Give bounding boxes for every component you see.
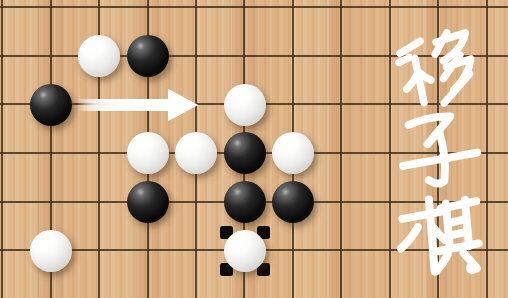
board-intersection[interactable] — [317, 226, 365, 275]
black-stone[interactable] — [30, 84, 72, 126]
move-arrow — [77, 89, 198, 121]
board-intersection[interactable] — [269, 32, 317, 81]
board-intersection[interactable] — [27, 275, 75, 298]
board-intersection[interactable] — [0, 226, 27, 275]
white-stone[interactable] — [127, 132, 169, 174]
title-char-zi — [398, 112, 480, 194]
board-intersection[interactable] — [0, 275, 27, 298]
board-intersection[interactable] — [0, 178, 27, 227]
black-stone[interactable] — [127, 35, 169, 77]
board-intersection[interactable] — [0, 129, 27, 178]
board-intersection[interactable] — [220, 32, 268, 81]
board-intersection[interactable] — [317, 129, 365, 178]
board-intersection[interactable] — [463, 275, 508, 298]
board-intersection[interactable] — [75, 0, 123, 32]
board-intersection[interactable] — [269, 275, 317, 298]
board-intersection[interactable] — [172, 226, 220, 275]
board-intersection[interactable] — [463, 0, 508, 32]
board-intersection[interactable] — [27, 0, 75, 32]
board-intersection[interactable] — [124, 0, 172, 32]
black-stone[interactable] — [224, 181, 266, 223]
board-intersection[interactable] — [414, 275, 462, 298]
board-intersection[interactable] — [124, 226, 172, 275]
board-intersection[interactable] — [0, 80, 27, 129]
black-stone[interactable] — [224, 132, 266, 174]
board-intersection[interactable] — [75, 226, 123, 275]
black-stone[interactable] — [272, 181, 314, 223]
board-intersection[interactable] — [220, 275, 268, 298]
board-intersection[interactable] — [317, 32, 365, 81]
arrow-head — [168, 89, 198, 121]
board-intersection[interactable] — [27, 32, 75, 81]
board-intersection[interactable] — [269, 0, 317, 32]
board-intersection[interactable] — [0, 0, 27, 32]
board-intersection[interactable] — [414, 0, 462, 32]
board-intersection[interactable] — [0, 32, 27, 81]
game-screenshot — [0, 0, 508, 298]
board-intersection[interactable] — [366, 275, 414, 298]
board-intersection[interactable] — [317, 178, 365, 227]
board-intersection[interactable] — [366, 0, 414, 32]
board-intersection[interactable] — [27, 178, 75, 227]
board-intersection[interactable] — [317, 80, 365, 129]
board-intersection[interactable] — [27, 129, 75, 178]
board-intersection[interactable] — [124, 275, 172, 298]
board-intersection[interactable] — [75, 275, 123, 298]
board-intersection[interactable] — [75, 129, 123, 178]
board-intersection[interactable] — [75, 178, 123, 227]
arrow-shaft — [77, 99, 170, 111]
board-intersection[interactable] — [317, 275, 365, 298]
white-stone[interactable] — [30, 230, 72, 272]
title-char-yi — [396, 28, 478, 110]
white-stone[interactable] — [224, 84, 266, 126]
board-intersection[interactable] — [172, 0, 220, 32]
white-stone[interactable] — [224, 230, 266, 272]
black-stone[interactable] — [127, 181, 169, 223]
board-intersection[interactable] — [269, 226, 317, 275]
board-intersection[interactable] — [172, 178, 220, 227]
board-intersection[interactable] — [172, 32, 220, 81]
board-intersection[interactable] — [220, 0, 268, 32]
title-period-dot — [466, 262, 478, 274]
board-intersection[interactable] — [269, 80, 317, 129]
board-intersection[interactable] — [317, 0, 365, 32]
board-intersection[interactable] — [172, 275, 220, 298]
